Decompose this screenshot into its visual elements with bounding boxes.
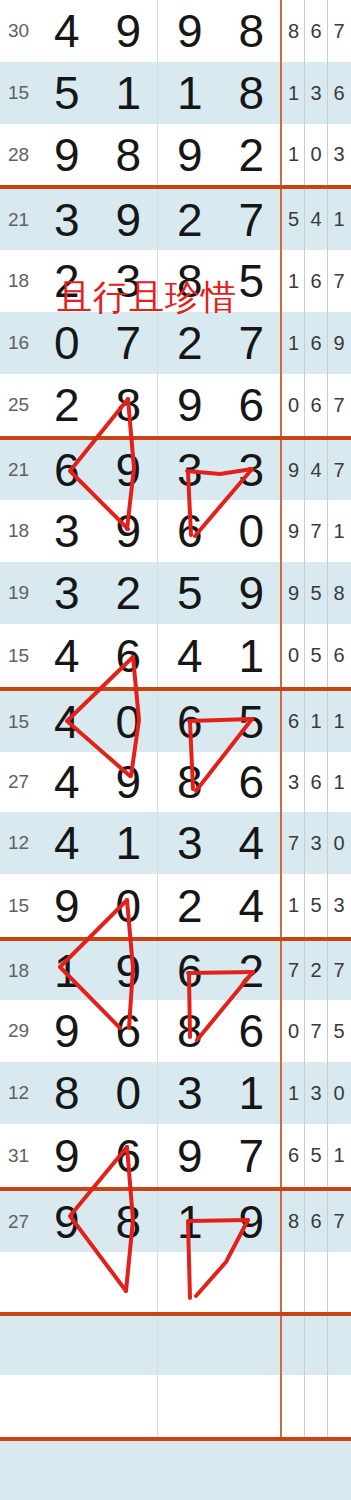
tail-digit-cell: 7 [282,941,305,1000]
chart-row: 319697651 [0,1124,351,1187]
digit-cell: 9 [159,124,221,185]
tail-digit-cell: 0 [282,374,305,436]
chart-row: 252896067 [0,374,351,436]
digit-cell: 8 [221,0,283,62]
chart-row: 154065611 [0,691,351,752]
digit-cell [221,1252,283,1312]
digit-cell: 6 [221,374,283,436]
digit-cell: 6 [98,1000,160,1062]
tail-digit-cell: 5 [305,624,327,687]
digit-cell: 2 [221,124,283,185]
digit-cell: 2 [159,189,221,250]
chart-row: 216933947 [0,440,351,500]
digit-cell: 9 [98,189,160,250]
digit-cell: 9 [98,500,160,562]
group-divider [0,185,351,189]
digit-cell: 3 [221,440,283,500]
tail-separator-line [304,0,305,1441]
chart-row: 128031130 [0,1062,351,1124]
digit-cell: 5 [221,691,283,752]
orange-separator-line [280,0,282,1441]
digit-cell: 3 [36,189,98,250]
tail-digit-cell: 6 [305,0,327,62]
tail-digit-cell: 8 [282,0,305,62]
tail-digit-cell: 1 [327,189,351,250]
digit-cell [159,1375,221,1437]
group-divider [0,1312,351,1316]
digit-cell: 6 [98,624,160,687]
sum-cell [0,1375,36,1437]
digit-cell: 6 [159,691,221,752]
tail-digit-cell: 1 [282,250,305,312]
group-divider [0,1187,351,1191]
digit-cell: 4 [159,624,221,687]
sum-cell: 18 [0,941,36,1000]
tail-digit-cell: 6 [282,691,305,752]
tail-digit-cell: 7 [305,1000,327,1062]
sum-cell: 18 [0,250,36,312]
tail-digit-cell: 5 [282,189,305,250]
sum-cell: 27 [0,1191,36,1252]
digit-cell [36,1316,98,1375]
digit-cell: 3 [159,812,221,874]
digit-cell: 9 [98,0,160,62]
empty-row [0,1252,351,1312]
sum-cell: 15 [0,624,36,687]
digit-cell: 4 [36,752,98,812]
tail-digit-cell [327,1252,351,1312]
digit-cell [36,1252,98,1312]
digit-cell: 8 [98,1191,160,1252]
tail-digit-cell: 5 [305,562,327,624]
tail-digit-cell: 5 [305,1124,327,1187]
digit-cell: 6 [98,1124,160,1187]
tail-digit-cell: 1 [327,1124,351,1187]
chart-row: 155118136 [0,62,351,124]
digit-cell: 9 [98,941,160,1000]
digit-cell: 2 [159,874,221,937]
digit-cell: 2 [36,250,98,312]
tail-digit-cell [327,1316,351,1375]
digit-cell: 5 [36,62,98,124]
digit-cell: 1 [159,62,221,124]
digit-cell: 1 [221,624,283,687]
chart-row: 289892103 [0,124,351,185]
tail-digit-cell: 1 [282,124,305,185]
tail-digit-cell: 5 [327,1000,351,1062]
tail-digit-cell: 7 [327,250,351,312]
chart-row: 154641056 [0,624,351,687]
sum-cell: 19 [0,562,36,624]
chart-row: 279819867 [0,1191,351,1252]
digit-cell: 9 [98,752,160,812]
tail-digit-cell: 9 [282,562,305,624]
chart-row: 213927541 [0,189,351,250]
sum-cell: 25 [0,374,36,436]
chart-row: 183960971 [0,500,351,562]
digit-cell: 8 [36,1062,98,1124]
digit-cell: 8 [221,62,283,124]
digit-cell: 1 [221,1062,283,1124]
tail-digit-cell [305,1316,327,1375]
digit-cell: 8 [159,752,221,812]
digit-cell: 0 [221,500,283,562]
digit-cell: 3 [159,1062,221,1124]
tail-digit-cell [327,1375,351,1437]
sum-cell: 21 [0,189,36,250]
group-divider [0,436,351,440]
digit-cell: 9 [36,874,98,937]
digit-cell: 8 [159,1000,221,1062]
sum-cell: 15 [0,874,36,937]
digit-cell: 9 [36,124,98,185]
digit-cell: 1 [36,941,98,1000]
digit-cell: 9 [36,1000,98,1062]
digit-cell: 8 [98,374,160,436]
group-divider [0,687,351,691]
digit-cell: 9 [36,1124,98,1187]
digit-cell: 7 [98,312,160,374]
chart-row: 182385167 [0,250,351,312]
tail-digit-cell: 3 [305,62,327,124]
digit-cell: 9 [98,440,160,500]
tail-digit-cell: 6 [305,752,327,812]
tail-digit-cell: 1 [327,691,351,752]
digit-cell: 9 [221,1191,283,1252]
group-divider [0,937,351,941]
digit-cell: 1 [159,1191,221,1252]
digit-cell: 4 [221,874,283,937]
tail-digit-cell [305,1252,327,1312]
tail-digit-cell: 1 [282,312,305,374]
digit-cell: 9 [221,562,283,624]
tail-digit-cell: 1 [282,62,305,124]
tail-digit-cell [282,1316,305,1375]
empty-row [0,1375,351,1437]
digit-cell [98,1252,160,1312]
tail-digit-cell: 6 [305,1191,327,1252]
sum-cell [0,1252,36,1312]
digit-cell: 2 [36,374,98,436]
tail-digit-cell: 6 [327,62,351,124]
chart-row: 160727169 [0,312,351,374]
digit-cell: 6 [159,941,221,1000]
sum-cell: 30 [0,0,36,62]
tail-digit-cell: 4 [305,440,327,500]
tail-digit-cell: 3 [327,124,351,185]
digit-cell: 7 [221,1124,283,1187]
tail-digit-cell: 9 [282,500,305,562]
sum-cell: 31 [0,1124,36,1187]
digit-cell: 3 [159,440,221,500]
tail-digit-cell: 0 [327,1062,351,1124]
tail-digit-cell [305,1375,327,1437]
sum-cell: 29 [0,1000,36,1062]
sum-cell: 21 [0,440,36,500]
chart-row: 274986361 [0,752,351,812]
digit-cell: 1 [98,812,160,874]
digit-cell: 7 [221,312,283,374]
tail-digit-cell: 7 [327,1191,351,1252]
tail-digit-cell: 6 [327,624,351,687]
digit-cell [98,1375,160,1437]
digit-cell: 4 [36,624,98,687]
tail-digit-cell: 7 [305,500,327,562]
digit-cell: 9 [159,374,221,436]
tail-digit-cell: 3 [327,874,351,937]
digit-cell: 5 [159,562,221,624]
chart-row: 181962727 [0,941,351,1000]
digit-cell: 2 [98,562,160,624]
tail-digit-cell: 8 [282,1191,305,1252]
digit-cell: 3 [98,250,160,312]
chart-row: 159024153 [0,874,351,937]
digit-cell: 8 [98,124,160,185]
digit-cell: 9 [36,1191,98,1252]
tail-digit-cell: 7 [327,0,351,62]
chart-row: 299686075 [0,1000,351,1062]
digit-cell: 6 [221,1000,283,1062]
digit-cell: 0 [36,312,98,374]
tail-digit-cell: 6 [305,250,327,312]
group-divider [0,1437,351,1441]
sum-cell: 28 [0,124,36,185]
digit-cell: 2 [221,941,283,1000]
tail-digit-cell [282,1252,305,1312]
tail-digit-cell: 8 [327,562,351,624]
tail-digit-cell: 3 [305,812,327,874]
digit-cell [36,1375,98,1437]
tail-digit-cell: 1 [282,1062,305,1124]
sum-cell: 12 [0,812,36,874]
chart-row: 304998867 [0,0,351,62]
digit-cell: 0 [98,691,160,752]
digit-cell: 4 [221,812,283,874]
digit-cell [159,1316,221,1375]
digit-cell: 3 [36,500,98,562]
digit-cell: 4 [36,0,98,62]
tail-digit-cell: 7 [327,440,351,500]
sum-cell: 15 [0,62,36,124]
chart-row: 193259958 [0,562,351,624]
tail-digit-cell: 6 [305,312,327,374]
tail-digit-cell: 6 [282,1124,305,1187]
digit-cell: 7 [221,189,283,250]
sum-cell: 27 [0,752,36,812]
tail-digit-cell: 1 [327,500,351,562]
digit-cell: 4 [36,812,98,874]
digit-cell [159,1252,221,1312]
tail-digit-cell: 5 [305,874,327,937]
digit-cell: 6 [36,440,98,500]
sum-cell [0,1316,36,1375]
digit-cell: 8 [159,250,221,312]
tail-digit-cell: 1 [282,874,305,937]
tail-digit-cell [282,1375,305,1437]
sum-cell: 15 [0,691,36,752]
tail-digit-cell: 3 [282,752,305,812]
tail-digit-cell: 9 [327,312,351,374]
tail-digit-cell: 7 [282,812,305,874]
digit-cell: 1 [98,62,160,124]
tail-digit-cell: 1 [305,691,327,752]
tail-digit-cell: 0 [327,812,351,874]
tail-separator-line [327,0,328,1441]
tail-digit-cell: 4 [305,189,327,250]
tail-digit-cell: 7 [327,374,351,436]
digit-cell: 0 [98,1062,160,1124]
lottery-trend-chart: 且行且珍惜 3049988671551181362898921032139275… [0,0,351,1500]
tail-digit-cell: 2 [305,941,327,1000]
chart-row: 124134730 [0,812,351,874]
digit-cell: 9 [159,1124,221,1187]
tail-digit-cell: 3 [305,1062,327,1124]
sum-cell: 16 [0,312,36,374]
tail-digit-cell: 7 [327,941,351,1000]
empty-footer-band [0,1441,351,1500]
tail-digit-cell: 9 [282,440,305,500]
tail-digit-cell: 1 [327,752,351,812]
digit-cell: 2 [159,312,221,374]
digit-cell: 0 [98,874,160,937]
sum-cell: 12 [0,1062,36,1124]
digit-cell: 5 [221,250,283,312]
column-separator-line [157,0,158,1441]
tail-digit-cell: 0 [282,624,305,687]
tail-digit-cell: 0 [282,1000,305,1062]
digit-cell: 6 [159,500,221,562]
digit-cell: 4 [36,691,98,752]
digit-cell: 3 [36,562,98,624]
digit-cell [98,1316,160,1375]
digit-cell [221,1375,283,1437]
empty-row [0,1316,351,1375]
digit-cell: 6 [221,752,283,812]
tail-digit-cell: 0 [305,124,327,185]
sum-cell: 18 [0,500,36,562]
digit-cell [221,1316,283,1375]
tail-digit-cell: 6 [305,374,327,436]
digit-cell: 9 [159,0,221,62]
